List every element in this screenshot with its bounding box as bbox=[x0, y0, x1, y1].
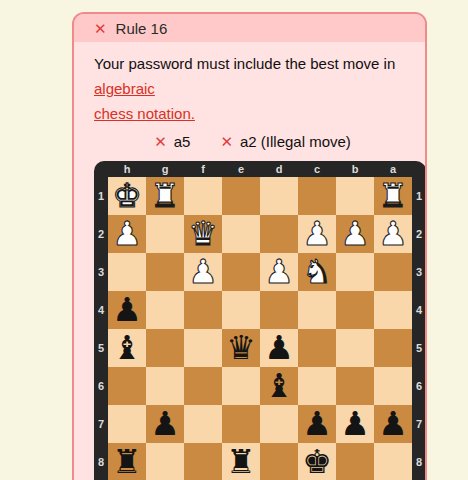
piece-black-bishop: ♝ bbox=[264, 369, 294, 402]
rank-label: 8 bbox=[94, 443, 108, 480]
rank-label: 2 bbox=[94, 215, 108, 253]
rank-label: 6 bbox=[412, 367, 426, 405]
square-f3: ♟ bbox=[184, 253, 222, 291]
rank-label: 3 bbox=[412, 253, 426, 291]
piece-white-pawn: ♟ bbox=[378, 217, 408, 250]
piece-black-pawn: ♟ bbox=[264, 331, 294, 364]
error-list: ✕ a5 ✕ a2 (Illegal move) bbox=[94, 133, 411, 150]
chess-notation-link[interactable]: algebraicchess notation. bbox=[94, 80, 195, 122]
piece-black-bishop: ♝ bbox=[112, 331, 142, 364]
file-label: e bbox=[222, 161, 260, 177]
square-f7 bbox=[184, 405, 222, 443]
square-a7: ♟ bbox=[374, 405, 412, 443]
piece-white-rook: ♜ bbox=[378, 179, 408, 212]
file-label: c bbox=[298, 161, 336, 177]
square-h8: ♜ bbox=[108, 443, 146, 480]
chess-notation-link-line2[interactable]: chess notation. bbox=[94, 105, 195, 122]
piece-black-pawn: ♟ bbox=[302, 407, 332, 440]
rank-label: 8 bbox=[412, 443, 426, 480]
square-g7: ♟ bbox=[146, 405, 184, 443]
rank-label: 7 bbox=[94, 405, 108, 443]
square-c4 bbox=[298, 291, 336, 329]
square-c5 bbox=[298, 329, 336, 367]
piece-white-pawn: ♟ bbox=[302, 217, 332, 250]
square-a6 bbox=[374, 367, 412, 405]
rule-text-before: Your password must include the best move… bbox=[94, 55, 395, 72]
rank-label: 4 bbox=[412, 291, 426, 329]
piece-white-pawn: ♟ bbox=[188, 255, 218, 288]
rank-label: 1 bbox=[94, 177, 108, 215]
square-a8 bbox=[374, 443, 412, 480]
square-e6 bbox=[222, 367, 260, 405]
rank-label: 6 bbox=[94, 367, 108, 405]
page: { "game": "chess", "position": "2k1r2r/p… bbox=[0, 0, 468, 480]
square-e2 bbox=[222, 215, 260, 253]
file-label: b bbox=[336, 161, 374, 177]
square-a5 bbox=[374, 329, 412, 367]
square-a3 bbox=[374, 253, 412, 291]
square-g8 bbox=[146, 443, 184, 480]
piece-white-pawn: ♟ bbox=[264, 255, 294, 288]
square-h6 bbox=[108, 367, 146, 405]
square-f2: ♛ bbox=[184, 215, 222, 253]
piece-white-pawn: ♟ bbox=[112, 217, 142, 250]
square-d8 bbox=[260, 443, 298, 480]
piece-black-king: ♚ bbox=[302, 445, 332, 478]
square-g4 bbox=[146, 291, 184, 329]
square-e7 bbox=[222, 405, 260, 443]
square-a2: ♟ bbox=[374, 215, 412, 253]
square-f6 bbox=[184, 367, 222, 405]
rank-label: 5 bbox=[94, 329, 108, 367]
square-h3 bbox=[108, 253, 146, 291]
piece-black-rook: ♜ bbox=[226, 445, 256, 478]
rule-fail-icon: ✕ bbox=[94, 21, 107, 36]
error-x-icon: ✕ bbox=[154, 134, 167, 149]
rule-header: ✕ Rule 16 bbox=[74, 14, 425, 42]
square-h7 bbox=[108, 405, 146, 443]
chess-board: hgfedcba1♚♜♜12♟♛♟♟♟23♟♟♞34♟45♝♛♟56♝67♟♟♟… bbox=[94, 161, 426, 480]
square-d4 bbox=[260, 291, 298, 329]
piece-black-pawn: ♟ bbox=[340, 407, 370, 440]
square-g2 bbox=[146, 215, 184, 253]
square-c7: ♟ bbox=[298, 405, 336, 443]
square-b7: ♟ bbox=[336, 405, 374, 443]
square-e8: ♜ bbox=[222, 443, 260, 480]
square-e1 bbox=[222, 177, 260, 215]
square-g3 bbox=[146, 253, 184, 291]
square-f4 bbox=[184, 291, 222, 329]
rank-label: 1 bbox=[412, 177, 426, 215]
square-f5 bbox=[184, 329, 222, 367]
square-f1 bbox=[184, 177, 222, 215]
square-d7 bbox=[260, 405, 298, 443]
square-g1: ♜ bbox=[146, 177, 184, 215]
square-f8 bbox=[184, 443, 222, 480]
chess-notation-link-line1[interactable]: algebraic bbox=[94, 80, 155, 97]
square-b4 bbox=[336, 291, 374, 329]
square-c2: ♟ bbox=[298, 215, 336, 253]
error-label: a5 bbox=[174, 133, 191, 150]
piece-black-queen: ♛ bbox=[226, 331, 256, 364]
square-c6 bbox=[298, 367, 336, 405]
square-h1: ♚ bbox=[108, 177, 146, 215]
file-label: d bbox=[260, 161, 298, 177]
rule-card: ✕ Rule 16 Your password must include the… bbox=[72, 12, 427, 480]
square-e4 bbox=[222, 291, 260, 329]
piece-white-knight: ♞ bbox=[302, 255, 332, 288]
square-b6 bbox=[336, 367, 374, 405]
square-g5 bbox=[146, 329, 184, 367]
piece-white-rook: ♜ bbox=[150, 179, 180, 212]
piece-white-pawn: ♟ bbox=[340, 217, 370, 250]
board-corner bbox=[94, 161, 108, 177]
square-d5: ♟ bbox=[260, 329, 298, 367]
error-x-icon: ✕ bbox=[220, 134, 233, 149]
error-label: a2 (Illegal move) bbox=[240, 133, 351, 150]
rule-text: Your password must include the best move… bbox=[94, 51, 411, 126]
square-a1: ♜ bbox=[374, 177, 412, 215]
rank-label: 2 bbox=[412, 215, 426, 253]
piece-black-rook: ♜ bbox=[112, 445, 142, 478]
square-b8 bbox=[336, 443, 374, 480]
square-b5 bbox=[336, 329, 374, 367]
square-c8: ♚ bbox=[298, 443, 336, 480]
rank-label: 4 bbox=[94, 291, 108, 329]
piece-black-pawn: ♟ bbox=[378, 407, 408, 440]
file-label: f bbox=[184, 161, 222, 177]
piece-white-king: ♚ bbox=[112, 179, 142, 212]
rule-body: Your password must include the best move… bbox=[74, 42, 425, 480]
board-corner bbox=[412, 161, 426, 177]
rule-title: Rule 16 bbox=[116, 20, 168, 37]
piece-black-pawn: ♟ bbox=[150, 407, 180, 440]
square-e3 bbox=[222, 253, 260, 291]
square-c3: ♞ bbox=[298, 253, 336, 291]
square-d6: ♝ bbox=[260, 367, 298, 405]
square-a4 bbox=[374, 291, 412, 329]
error-item: ✕ a2 (Illegal move) bbox=[220, 133, 350, 150]
error-item: ✕ a5 bbox=[154, 133, 190, 150]
rank-label: 7 bbox=[412, 405, 426, 443]
square-d1 bbox=[260, 177, 298, 215]
square-d2 bbox=[260, 215, 298, 253]
square-d3: ♟ bbox=[260, 253, 298, 291]
square-h2: ♟ bbox=[108, 215, 146, 253]
square-h5: ♝ bbox=[108, 329, 146, 367]
square-h4: ♟ bbox=[108, 291, 146, 329]
rank-label: 5 bbox=[412, 329, 426, 367]
piece-black-pawn: ♟ bbox=[112, 293, 142, 326]
square-b1 bbox=[336, 177, 374, 215]
rank-label: 3 bbox=[94, 253, 108, 291]
square-b3 bbox=[336, 253, 374, 291]
square-b2: ♟ bbox=[336, 215, 374, 253]
square-g6 bbox=[146, 367, 184, 405]
square-c1 bbox=[298, 177, 336, 215]
square-e5: ♛ bbox=[222, 329, 260, 367]
piece-white-queen: ♛ bbox=[188, 217, 218, 250]
